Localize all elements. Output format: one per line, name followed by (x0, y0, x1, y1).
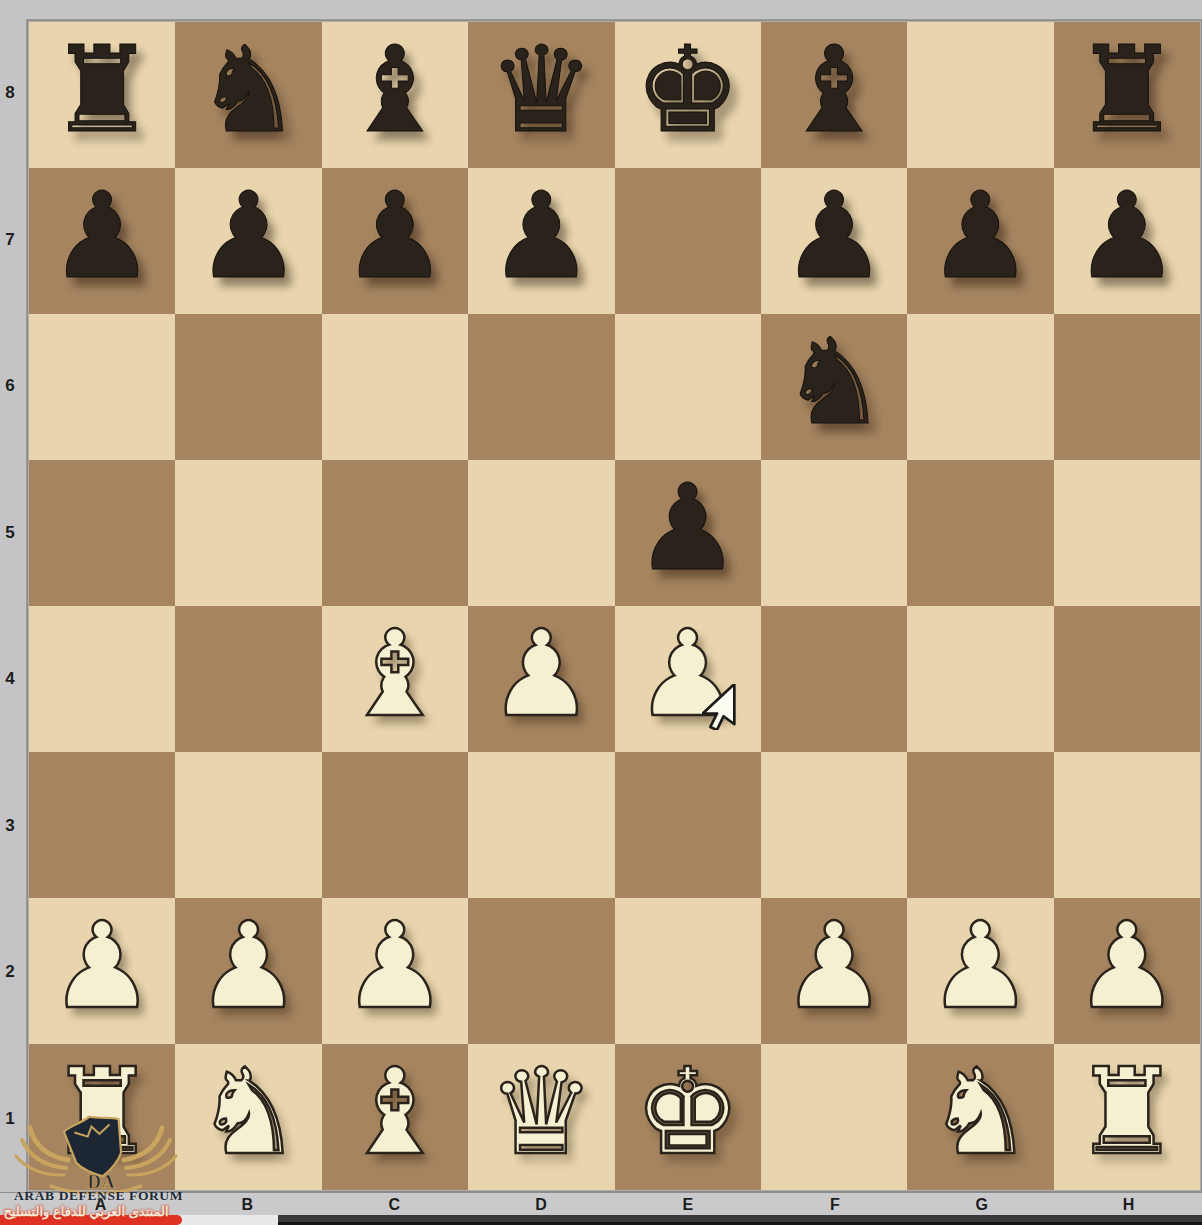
square-c4[interactable]: ♝ (322, 606, 468, 752)
square-g8[interactable] (907, 22, 1053, 168)
square-e5[interactable]: ♟ (615, 460, 761, 606)
white-rook-h1[interactable]: ♜ (1073, 1053, 1180, 1172)
white-pawn-e4[interactable]: ♟ (634, 615, 741, 734)
square-h5[interactable] (1054, 460, 1200, 606)
file-label-d: D (468, 1193, 615, 1216)
black-bishop-c8[interactable]: ♝ (342, 31, 449, 150)
black-king-e8[interactable]: ♚ (634, 31, 741, 150)
square-f2[interactable]: ♟ (761, 898, 907, 1044)
square-b6[interactable] (175, 314, 321, 460)
square-c7[interactable]: ♟ (322, 168, 468, 314)
square-f4[interactable] (761, 606, 907, 752)
rank-label-1: 1 (0, 1046, 27, 1193)
square-a6[interactable] (29, 314, 175, 460)
square-a1[interactable]: ♜ (29, 1044, 175, 1190)
black-pawn-f7[interactable]: ♟ (781, 177, 888, 296)
white-queen-d1[interactable]: ♛ (488, 1053, 595, 1172)
black-pawn-d7[interactable]: ♟ (488, 177, 595, 296)
white-pawn-b2[interactable]: ♟ (195, 907, 302, 1026)
square-f8[interactable]: ♝ (761, 22, 907, 168)
black-queen-d8[interactable]: ♛ (488, 31, 595, 150)
board-frame-top (0, 0, 1202, 20)
square-g5[interactable] (907, 460, 1053, 606)
rank-label-4: 4 (0, 606, 27, 753)
square-h3[interactable] (1054, 752, 1200, 898)
white-bishop-c4[interactable]: ♝ (342, 615, 449, 734)
rank-label-8: 8 (0, 20, 27, 167)
file-coordinates: ABCDEFGH (0, 1192, 1202, 1215)
square-e7[interactable] (615, 168, 761, 314)
file-label-f: F (761, 1193, 908, 1216)
file-label-b: B (174, 1193, 321, 1216)
black-pawn-g7[interactable]: ♟ (927, 177, 1034, 296)
square-d6[interactable] (468, 314, 614, 460)
white-rook-a1[interactable]: ♜ (49, 1053, 156, 1172)
square-f7[interactable]: ♟ (761, 168, 907, 314)
square-e6[interactable] (615, 314, 761, 460)
black-knight-b8[interactable]: ♞ (195, 31, 302, 150)
white-pawn-c2[interactable]: ♟ (342, 907, 449, 1026)
file-label-h: H (1055, 1193, 1202, 1216)
square-g2[interactable]: ♟ (907, 898, 1053, 1044)
square-g7[interactable]: ♟ (907, 168, 1053, 314)
square-b2[interactable]: ♟ (175, 898, 321, 1044)
chess-board[interactable]: ♜♞♝♛♚♝♜♟♟♟♟♟♟♟♞♟♝♟♟♟♟♟♟♟♟♜♞♝♛♚♞♜ (27, 20, 1202, 1192)
file-label-g: G (908, 1193, 1055, 1216)
square-g3[interactable] (907, 752, 1053, 898)
white-pawn-h2[interactable]: ♟ (1073, 907, 1180, 1026)
square-b5[interactable] (175, 460, 321, 606)
chess-board-screen: 87654321 ♜♞♝♛♚♝♜♟♟♟♟♟♟♟♞♟♝♟♟♟♟♟♟♟♟♜♞♝♛♚♞… (0, 0, 1202, 1225)
square-a7[interactable]: ♟ (29, 168, 175, 314)
square-c2[interactable]: ♟ (322, 898, 468, 1044)
square-e1[interactable]: ♚ (615, 1044, 761, 1190)
white-knight-g1[interactable]: ♞ (927, 1053, 1034, 1172)
file-label-a: A (27, 1193, 174, 1216)
square-c1[interactable]: ♝ (322, 1044, 468, 1190)
square-a2[interactable]: ♟ (29, 898, 175, 1044)
rank-coordinates: 87654321 (0, 20, 27, 1192)
black-rook-a8[interactable]: ♜ (49, 31, 156, 150)
square-g4[interactable] (907, 606, 1053, 752)
square-h8[interactable]: ♜ (1054, 22, 1200, 168)
white-bishop-c1[interactable]: ♝ (342, 1053, 449, 1172)
square-h6[interactable] (1054, 314, 1200, 460)
black-pawn-c7[interactable]: ♟ (342, 177, 449, 296)
video-progress-bar[interactable] (0, 1215, 1202, 1225)
white-knight-b1[interactable]: ♞ (195, 1053, 302, 1172)
rank-label-2: 2 (0, 899, 27, 1046)
square-g6[interactable] (907, 314, 1053, 460)
square-d7[interactable]: ♟ (468, 168, 614, 314)
square-c8[interactable]: ♝ (322, 22, 468, 168)
rank-label-7: 7 (0, 167, 27, 314)
square-h7[interactable]: ♟ (1054, 168, 1200, 314)
square-a3[interactable] (29, 752, 175, 898)
square-b1[interactable]: ♞ (175, 1044, 321, 1190)
rank-label-5: 5 (0, 460, 27, 607)
square-f1[interactable] (761, 1044, 907, 1190)
square-c3[interactable] (322, 752, 468, 898)
square-e4[interactable]: ♟ (615, 606, 761, 752)
progress-played-segment[interactable] (0, 1215, 182, 1225)
rank-label-6: 6 (0, 313, 27, 460)
square-h1[interactable]: ♜ (1054, 1044, 1200, 1190)
file-labels-row: ABCDEFGH (27, 1193, 1202, 1216)
square-c5[interactable] (322, 460, 468, 606)
square-a5[interactable] (29, 460, 175, 606)
square-b8[interactable]: ♞ (175, 22, 321, 168)
square-f3[interactable] (761, 752, 907, 898)
square-h2[interactable]: ♟ (1054, 898, 1200, 1044)
square-a8[interactable]: ♜ (29, 22, 175, 168)
square-d3[interactable] (468, 752, 614, 898)
black-rook-h8[interactable]: ♜ (1073, 31, 1180, 150)
square-h4[interactable] (1054, 606, 1200, 752)
file-label-e: E (615, 1193, 762, 1216)
black-knight-f6[interactable]: ♞ (781, 323, 888, 442)
square-b4[interactable] (175, 606, 321, 752)
white-pawn-d4[interactable]: ♟ (488, 615, 595, 734)
square-g1[interactable]: ♞ (907, 1044, 1053, 1190)
square-b7[interactable]: ♟ (175, 168, 321, 314)
square-d2[interactable] (468, 898, 614, 1044)
square-f5[interactable] (761, 460, 907, 606)
square-c6[interactable] (322, 314, 468, 460)
white-pawn-g2[interactable]: ♟ (927, 907, 1034, 1026)
black-pawn-e5[interactable]: ♟ (634, 469, 741, 588)
black-pawn-h7[interactable]: ♟ (1073, 177, 1180, 296)
black-pawn-b7[interactable]: ♟ (195, 177, 302, 296)
square-f6[interactable]: ♞ (761, 314, 907, 460)
square-a4[interactable] (29, 606, 175, 752)
white-king-e1[interactable]: ♚ (634, 1053, 741, 1172)
square-d5[interactable] (468, 460, 614, 606)
file-label-c: C (321, 1193, 468, 1216)
square-b3[interactable] (175, 752, 321, 898)
square-e8[interactable]: ♚ (615, 22, 761, 168)
black-pawn-a7[interactable]: ♟ (49, 177, 156, 296)
rank-label-3: 3 (0, 753, 27, 900)
square-d1[interactable]: ♛ (468, 1044, 614, 1190)
white-pawn-f2[interactable]: ♟ (781, 907, 888, 1026)
progress-track[interactable] (278, 1215, 1202, 1225)
white-pawn-a2[interactable]: ♟ (49, 907, 156, 1026)
square-d4[interactable]: ♟ (468, 606, 614, 752)
square-e3[interactable] (615, 752, 761, 898)
square-d8[interactable]: ♛ (468, 22, 614, 168)
black-bishop-f8[interactable]: ♝ (781, 31, 888, 150)
square-e2[interactable] (615, 898, 761, 1044)
